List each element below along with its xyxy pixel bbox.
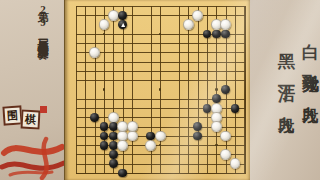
- white-stone: [89, 47, 100, 58]
- black-stone: [100, 141, 109, 150]
- white-stone: [220, 19, 231, 30]
- black-stone: [212, 30, 221, 39]
- black-stone: [118, 20, 127, 29]
- thumbnail-stage: 第29届三星杯世界大师赛决赛 围 棋 黑 丁浩 九段 白 党毅飞 九段: [0, 0, 320, 180]
- black-stone: [109, 150, 118, 159]
- white-stone: [108, 112, 119, 123]
- black-stone: [231, 104, 240, 113]
- black-stone: [118, 11, 127, 20]
- black-stone: [212, 94, 221, 103]
- black-stone: [100, 132, 109, 141]
- go-logo-qi-char: 棋: [25, 113, 37, 126]
- right-panel: 黑 丁浩 九段 白 党毅飞 九段: [250, 0, 320, 180]
- black-player-column: 黑 丁浩 九段: [276, 40, 296, 104]
- go-board: [64, 0, 252, 180]
- white-stone: [108, 10, 119, 21]
- black-stone: [193, 132, 202, 141]
- star-point: [215, 144, 217, 146]
- star-point: [103, 33, 105, 35]
- star-point: [215, 88, 217, 90]
- white-stone: [220, 149, 231, 160]
- white-stone: [230, 158, 241, 169]
- white-stone: [145, 140, 156, 151]
- white-stone: [183, 19, 194, 30]
- black-stone: [193, 122, 202, 131]
- white-stone: [99, 19, 110, 30]
- calligraphy-flourish-icon: [0, 133, 66, 180]
- black-stone: [118, 169, 127, 178]
- black-stone: [90, 113, 99, 122]
- black-stone: [100, 122, 109, 131]
- stones-grid: [71, 2, 249, 178]
- last-move-triangle-icon: [121, 23, 125, 27]
- white-stone: [192, 10, 203, 21]
- star-point: [103, 88, 105, 90]
- go-logo-wei-char: 围: [7, 109, 19, 122]
- white-stone: [211, 121, 222, 132]
- black-stone: [221, 85, 230, 94]
- white-stone: [127, 131, 138, 142]
- white-player-column: 白 党毅飞 九段: [300, 30, 320, 94]
- black-stone: [221, 30, 230, 39]
- go-logo-qi-box: 棋: [21, 110, 41, 130]
- star-point: [159, 88, 161, 90]
- white-stone: [220, 131, 231, 142]
- white-stone: [155, 131, 166, 142]
- star-point: [159, 144, 161, 146]
- left-panel: 第29届三星杯世界大师赛决赛 围 棋: [0, 0, 64, 180]
- red-seal-icon: [40, 106, 47, 113]
- white-stone: [117, 140, 128, 151]
- black-stone: [109, 159, 118, 168]
- black-stone: [203, 30, 212, 39]
- star-point: [159, 33, 161, 35]
- go-logo-wei-box: 围: [2, 105, 22, 125]
